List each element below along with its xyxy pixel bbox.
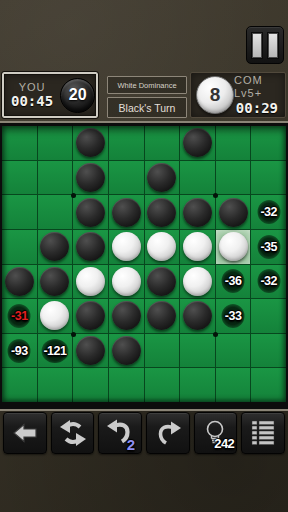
white-disc-f4 xyxy=(183,232,212,261)
cell-f3 xyxy=(180,195,215,229)
cell-g6[interactable]: -33 xyxy=(216,299,251,333)
black-disc-d6 xyxy=(112,301,141,330)
black-disc-b4 xyxy=(40,232,69,261)
hint-count-badge: 242 xyxy=(214,436,234,451)
cell-g8[interactable] xyxy=(216,368,251,402)
cell-d2[interactable] xyxy=(109,161,144,195)
cell-g1[interactable] xyxy=(216,126,251,160)
black-disc-e6 xyxy=(147,301,176,330)
white-disc-b6 xyxy=(40,301,69,330)
cell-e6 xyxy=(145,299,180,333)
white-disc-d4 xyxy=(112,232,141,261)
cell-h5[interactable]: -32 xyxy=(251,265,286,299)
redo-button[interactable] xyxy=(146,412,190,454)
pause-button[interactable] xyxy=(246,26,284,64)
cell-h1[interactable] xyxy=(251,126,286,160)
cell-e7[interactable] xyxy=(145,334,180,368)
cell-d5 xyxy=(109,265,144,299)
cell-g3 xyxy=(216,195,251,229)
cell-b4 xyxy=(38,230,73,264)
cell-h6[interactable] xyxy=(251,299,286,333)
cell-a6[interactable]: -31 xyxy=(2,299,37,333)
hint-h4[interactable]: -35 xyxy=(257,235,280,259)
dominance-label: White Dominance xyxy=(117,81,176,90)
cell-a3[interactable] xyxy=(2,195,37,229)
cell-a8[interactable] xyxy=(2,368,37,402)
black-disc-e2 xyxy=(147,163,176,192)
cell-f8[interactable] xyxy=(180,368,215,402)
cell-a5 xyxy=(2,265,37,299)
white-player-name: COM Lv5+ xyxy=(234,74,278,99)
game-screen: YOU 00:45 20 White Dominance Black's Tur… xyxy=(0,0,288,512)
undo-button[interactable]: 2 xyxy=(98,412,142,454)
star-point xyxy=(213,332,218,337)
cell-f1 xyxy=(180,126,215,160)
cell-h3[interactable]: -32 xyxy=(251,195,286,229)
black-disc-a5 xyxy=(5,267,34,296)
star-point xyxy=(71,332,76,337)
cell-h7[interactable] xyxy=(251,334,286,368)
cell-e2 xyxy=(145,161,180,195)
hint-button[interactable]: 242 xyxy=(194,412,238,454)
cell-d8[interactable] xyxy=(109,368,144,402)
cell-b5 xyxy=(38,265,73,299)
turn-status: Black's Turn xyxy=(107,97,187,118)
cell-d3 xyxy=(109,195,144,229)
dominance-status: White Dominance xyxy=(107,76,187,94)
cell-e8[interactable] xyxy=(145,368,180,402)
cell-e4 xyxy=(145,230,180,264)
back-arrow-icon xyxy=(10,418,40,448)
cell-b1[interactable] xyxy=(38,126,73,160)
black-disc-c7 xyxy=(76,336,105,365)
cell-c4 xyxy=(73,230,108,264)
cell-d4 xyxy=(109,230,144,264)
black-player-panel: YOU 00:45 20 xyxy=(2,72,98,118)
cell-h4[interactable]: -35 xyxy=(251,230,286,264)
hint-h5[interactable]: -32 xyxy=(257,269,280,293)
move-list-icon xyxy=(248,418,278,448)
black-disc-c3 xyxy=(76,198,105,227)
black-player-name: YOU xyxy=(19,81,46,94)
cell-b3[interactable] xyxy=(38,195,73,229)
hint-a7[interactable]: -93 xyxy=(8,339,31,363)
star-point xyxy=(213,193,218,198)
cell-c3 xyxy=(73,195,108,229)
cell-b8[interactable] xyxy=(38,368,73,402)
toolbar: 2 242 xyxy=(0,412,288,454)
cell-f7[interactable] xyxy=(180,334,215,368)
cell-a1[interactable] xyxy=(2,126,37,160)
black-disc-e3 xyxy=(147,198,176,227)
cell-c6 xyxy=(73,299,108,333)
cell-g4 xyxy=(216,230,251,264)
black-score-disc: 20 xyxy=(60,78,95,113)
black-disc-c1 xyxy=(76,128,105,157)
black-disc-f6 xyxy=(183,301,212,330)
cell-c8[interactable] xyxy=(73,368,108,402)
white-player-panel: 8 COM Lv5+ 00:29 xyxy=(190,72,286,118)
cell-b2[interactable] xyxy=(38,161,73,195)
white-player-clock: 00:29 xyxy=(236,100,278,116)
cell-f5 xyxy=(180,265,215,299)
hint-a6[interactable]: -31 xyxy=(8,304,31,328)
cell-f2[interactable] xyxy=(180,161,215,195)
black-disc-c4 xyxy=(76,232,105,261)
redo-arrow-icon xyxy=(153,418,183,448)
white-disc-e4 xyxy=(147,232,176,261)
cell-d6 xyxy=(109,299,144,333)
cell-c1 xyxy=(73,126,108,160)
cell-a2[interactable] xyxy=(2,161,37,195)
black-disc-g3 xyxy=(219,198,248,227)
white-disc-d5 xyxy=(112,267,141,296)
black-disc-f3 xyxy=(183,198,212,227)
back-button[interactable] xyxy=(3,412,47,454)
move-list-button[interactable] xyxy=(241,412,285,454)
cell-e1[interactable] xyxy=(145,126,180,160)
cell-g5[interactable]: -36 xyxy=(216,265,251,299)
cell-f4 xyxy=(180,230,215,264)
cell-b6 xyxy=(38,299,73,333)
cell-g2[interactable] xyxy=(216,161,251,195)
white-disc-g4 xyxy=(219,232,248,261)
black-disc-c2 xyxy=(76,163,105,192)
white-score-disc: 8 xyxy=(196,76,234,114)
turn-label: Black's Turn xyxy=(119,102,176,114)
cell-a4[interactable] xyxy=(2,230,37,264)
black-disc-f1 xyxy=(183,128,212,157)
hint-g6[interactable]: -33 xyxy=(222,304,245,328)
white-disc-f5 xyxy=(183,267,212,296)
cell-h2[interactable] xyxy=(251,161,286,195)
swap-arrows-icon xyxy=(58,418,88,448)
black-disc-c6 xyxy=(76,301,105,330)
black-player-clock: 00:45 xyxy=(11,93,53,109)
cell-f6 xyxy=(180,299,215,333)
cell-e3 xyxy=(145,195,180,229)
swap-sides-button[interactable] xyxy=(51,412,95,454)
star-point xyxy=(71,193,76,198)
cell-a7[interactable]: -93 xyxy=(2,334,37,368)
cell-d7 xyxy=(109,334,144,368)
cell-c5 xyxy=(73,265,108,299)
cell-c7 xyxy=(73,334,108,368)
undo-count-badge: 2 xyxy=(127,436,135,453)
cell-e5 xyxy=(145,265,180,299)
black-disc-b5 xyxy=(40,267,69,296)
hint-g5[interactable]: -36 xyxy=(222,269,245,293)
cell-c2 xyxy=(73,161,108,195)
black-disc-d7 xyxy=(112,336,141,365)
hint-b7[interactable]: -121 xyxy=(41,339,68,363)
black-disc-d3 xyxy=(112,198,141,227)
hint-h3[interactable]: -32 xyxy=(257,200,280,224)
cell-g7[interactable] xyxy=(216,334,251,368)
board-grid: -32-35-36-32-31-33-93-121 xyxy=(2,126,286,402)
cell-h8[interactable] xyxy=(251,368,286,402)
black-disc-e5 xyxy=(147,267,176,296)
cell-b7[interactable]: -121 xyxy=(38,334,73,368)
cell-d1[interactable] xyxy=(109,126,144,160)
white-disc-c5 xyxy=(76,267,105,296)
